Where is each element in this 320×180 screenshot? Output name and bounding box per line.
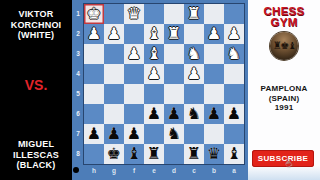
square-h6[interactable] (84, 104, 104, 124)
square-d4[interactable] (164, 64, 184, 84)
square-g6[interactable] (104, 104, 124, 124)
piece-bP-b6: ♟ (207, 104, 221, 124)
square-c2[interactable] (184, 24, 204, 44)
square-c1[interactable]: ♜ (184, 4, 204, 24)
square-a2[interactable]: ♟ (224, 24, 244, 44)
rank-label-4: 4 (72, 64, 84, 84)
logo-chess-pieces-icon: ♜♚♝ (273, 32, 295, 60)
square-g8[interactable]: ♚ (104, 144, 124, 164)
square-b6[interactable]: ♟ (204, 104, 224, 124)
square-g3[interactable] (104, 44, 124, 64)
square-a6[interactable]: ♟ (224, 104, 244, 124)
square-g2[interactable]: ♟ (104, 24, 124, 44)
subscribe-button[interactable]: SUBSCRIBE (252, 150, 314, 167)
square-f2[interactable] (124, 24, 144, 44)
white-player-name: VIKTOR KORCHNOI (11, 9, 62, 30)
black-player-block: MIGUEL ILLESCAS (BLACK) (0, 139, 72, 171)
piece-bP-h7: ♟ (87, 124, 101, 144)
event-country: (SPAIN) (269, 94, 300, 103)
rank-label-7: 7 (72, 124, 84, 144)
square-c8[interactable]: ♜ (184, 144, 204, 164)
piece-wK-h1: ♚ (87, 4, 101, 24)
piece-bQ-b8: ♛ (207, 144, 221, 164)
piece-bP-e6: ♟ (147, 104, 161, 124)
chess-gym-logo: ♜♚♝ (270, 32, 298, 60)
piece-wP-h2: ♟ (87, 24, 101, 44)
channel-name-line2: GYM (270, 16, 297, 28)
players-panel: VIKTOR KORCHNOI (WHITE) VS. MIGUEL ILLES… (0, 0, 72, 180)
piece-bB-f8: ♝ (127, 144, 141, 164)
channel-name: CHESS GYM (248, 6, 320, 27)
square-g4[interactable] (104, 64, 124, 84)
square-e1[interactable] (144, 4, 164, 24)
piece-wP-b2: ♟ (207, 24, 221, 44)
white-player-block: VIKTOR KORCHNOI (WHITE) (0, 9, 72, 41)
chess-board[interactable]: ♚♛♜♟♟♝♜♟♟♟♝♞♞♟♟♟♟♞♟♟♟♟♟♞♚♝♜♜♛♝ (84, 4, 244, 164)
piece-bN-c6: ♞ (187, 104, 201, 124)
rank-label-8: 8 (72, 144, 84, 164)
rank-labels: 12345678 (72, 4, 84, 164)
square-e7[interactable] (144, 124, 164, 144)
piece-bP-g7: ♟ (107, 124, 121, 144)
square-a4[interactable] (224, 64, 244, 84)
piece-bP-a6: ♟ (227, 104, 241, 124)
square-b2[interactable]: ♟ (204, 24, 224, 44)
square-f3[interactable]: ♟ (124, 44, 144, 64)
square-b1[interactable] (204, 4, 224, 24)
square-c6[interactable]: ♞ (184, 104, 204, 124)
file-label-a: a (224, 165, 244, 177)
square-d1[interactable] (164, 4, 184, 24)
piece-bP-d6: ♟ (167, 104, 181, 124)
rank-label-2: 2 (72, 24, 84, 44)
square-g1[interactable] (104, 4, 124, 24)
black-player-name: MIGUEL ILLESCAS (13, 139, 59, 160)
square-d3[interactable] (164, 44, 184, 64)
square-h4[interactable] (84, 64, 104, 84)
piece-wP-c4: ♟ (187, 64, 201, 84)
square-a5[interactable] (224, 84, 244, 104)
event-city: PAMPLONA (261, 84, 308, 93)
info-panel: CHESS GYM ♜♚♝ PAMPLONA (SPAIN) 1991 SUBS… (248, 0, 320, 180)
square-c7[interactable] (184, 124, 204, 144)
piece-wN-a3: ♞ (227, 44, 241, 64)
square-d7[interactable]: ♞ (164, 124, 184, 144)
rank-label-6: 6 (72, 104, 84, 124)
piece-bK-g8: ♚ (107, 144, 121, 164)
square-g5[interactable] (104, 84, 124, 104)
square-h1[interactable]: ♚ (84, 4, 104, 24)
board-frame: 12345678 ♚♛♜♟♟♝♜♟♟♟♝♞♞♟♟♟♟♞♟♟♟♟♟♞♚♝♜♜♛♝ … (72, 0, 248, 180)
square-h7[interactable]: ♟ (84, 124, 104, 144)
piece-wR-d2: ♜ (167, 24, 181, 44)
square-d6[interactable]: ♟ (164, 104, 184, 124)
file-label-c: c (184, 165, 204, 177)
square-e4[interactable]: ♟ (144, 64, 164, 84)
piece-bP-f7: ♟ (127, 124, 141, 144)
square-e3[interactable]: ♝ (144, 44, 164, 64)
square-d2[interactable]: ♜ (164, 24, 184, 44)
square-b4[interactable] (204, 64, 224, 84)
square-f1[interactable]: ♛ (124, 4, 144, 24)
piece-wR-c1: ♜ (187, 4, 201, 24)
square-f7[interactable]: ♟ (124, 124, 144, 144)
square-b3[interactable] (204, 44, 224, 64)
square-g7[interactable]: ♟ (104, 124, 124, 144)
square-d5[interactable] (164, 84, 184, 104)
piece-bR-c8: ♜ (187, 144, 201, 164)
black-player-side: (BLACK) (17, 160, 56, 170)
square-e2[interactable]: ♝ (144, 24, 164, 44)
square-f8[interactable]: ♝ (124, 144, 144, 164)
event-year: 1991 (275, 103, 294, 112)
file-label-f: f (124, 165, 144, 177)
piece-bR-e8: ♜ (147, 144, 161, 164)
file-label-h: h (84, 165, 104, 177)
event-info: PAMPLONA (SPAIN) 1991 (248, 84, 320, 113)
file-labels: hgfedcba (84, 165, 244, 177)
square-c3[interactable]: ♞ (184, 44, 204, 64)
piece-wB-e3: ♝ (147, 44, 161, 64)
corner-dot (73, 167, 79, 173)
square-a3[interactable]: ♞ (224, 44, 244, 64)
piece-wQ-f1: ♛ (127, 4, 141, 24)
piece-wP-g2: ♟ (107, 24, 121, 44)
square-h5[interactable] (84, 84, 104, 104)
white-player-side: (WHITE) (18, 30, 54, 40)
piece-bB-a8: ♝ (227, 144, 241, 164)
piece-wP-e4: ♟ (147, 64, 161, 84)
square-h3[interactable] (84, 44, 104, 64)
square-e8[interactable]: ♜ (144, 144, 164, 164)
square-b5[interactable] (204, 84, 224, 104)
rank-label-1: 1 (72, 4, 84, 24)
square-e6[interactable]: ♟ (144, 104, 164, 124)
rank-label-3: 3 (72, 44, 84, 64)
square-f4[interactable] (124, 64, 144, 84)
square-h2[interactable]: ♟ (84, 24, 104, 44)
square-e5[interactable] (144, 84, 164, 104)
piece-wP-f3: ♟ (127, 44, 141, 64)
file-label-g: g (104, 165, 124, 177)
square-c4[interactable]: ♟ (184, 64, 204, 84)
square-a7[interactable] (224, 124, 244, 144)
square-a8[interactable]: ♝ (224, 144, 244, 164)
square-f6[interactable] (124, 104, 144, 124)
thumbnail: VIKTOR KORCHNOI (WHITE) VS. MIGUEL ILLES… (0, 0, 320, 180)
file-label-e: e (144, 165, 164, 177)
piece-wB-e2: ♝ (147, 24, 161, 44)
piece-bN-d7: ♞ (167, 124, 181, 144)
piece-wP-a2: ♟ (227, 24, 241, 44)
square-c5[interactable] (184, 84, 204, 104)
square-f5[interactable] (124, 84, 144, 104)
square-b8[interactable]: ♛ (204, 144, 224, 164)
square-h8[interactable] (84, 144, 104, 164)
square-b7[interactable] (204, 124, 224, 144)
rank-label-5: 5 (72, 84, 84, 104)
file-label-d: d (164, 165, 184, 177)
square-d8[interactable] (164, 144, 184, 164)
square-a1[interactable] (224, 4, 244, 24)
file-label-b: b (204, 165, 224, 177)
vs-label: VS. (0, 77, 72, 93)
piece-wN-c3: ♞ (187, 44, 201, 64)
